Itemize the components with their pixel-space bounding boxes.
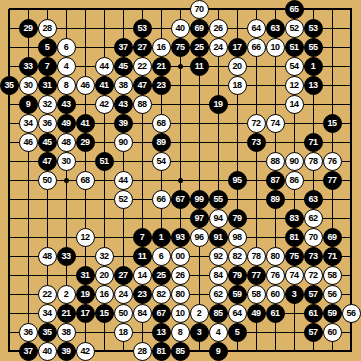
white-stone-84[interactable]: 84 (133, 304, 152, 323)
white-stone-66[interactable]: 66 (152, 190, 171, 209)
black-stone-3[interactable]: 3 (190, 323, 209, 342)
white-stone-34[interactable]: 34 (19, 114, 38, 133)
white-stone-42[interactable]: 42 (95, 95, 114, 114)
black-stone-65[interactable]: 65 (285, 0, 304, 19)
move-number-label: 99 (194, 195, 203, 204)
move-number-label: 40 (42, 347, 51, 356)
move-number-label: 75 (289, 252, 298, 261)
white-stone-60[interactable]: 60 (323, 323, 342, 342)
white-stone-88[interactable]: 88 (133, 95, 152, 114)
move-number-label: 51 (289, 43, 298, 52)
go-board[interactable]: 7065292853406926646352535637271675252417… (0, 0, 361, 361)
move-number-label: 87 (270, 176, 279, 185)
move-number-label: 47 (137, 81, 146, 90)
black-stone-35[interactable]: 35 (0, 76, 19, 95)
black-stone-41[interactable]: 41 (95, 76, 114, 95)
black-stone-35[interactable]: 35 (38, 323, 57, 342)
white-stone-24[interactable]: 24 (114, 285, 133, 304)
black-stone-23[interactable]: 23 (133, 285, 152, 304)
white-stone-86[interactable]: 86 (285, 171, 304, 190)
white-stone-2[interactable]: 2 (57, 285, 76, 304)
black-stone-25[interactable]: 25 (190, 38, 209, 57)
move-number-label: 25 (194, 43, 203, 52)
white-stone-72[interactable]: 72 (304, 266, 323, 285)
black-stone-27[interactable]: 27 (114, 266, 133, 285)
move-number-label: 28 (137, 347, 146, 356)
white-stone-80[interactable]: 80 (266, 247, 285, 266)
white-stone-6[interactable]: 6 (57, 38, 76, 57)
move-number-label: 50 (118, 309, 127, 318)
move-number-label: 4 (216, 328, 221, 337)
move-number-label: 4 (64, 62, 69, 71)
move-number-label: 6 (159, 252, 164, 261)
black-stone-51[interactable]: 51 (285, 38, 304, 57)
black-stone-17[interactable]: 17 (228, 38, 247, 57)
move-number-label: 86 (289, 176, 298, 185)
black-stone-19[interactable]: 19 (76, 285, 95, 304)
white-stone-8[interactable]: 8 (57, 76, 76, 95)
move-number-label: 77 (327, 176, 336, 185)
black-stone-17[interactable]: 17 (76, 304, 95, 323)
black-stone-57[interactable]: 57 (304, 323, 323, 342)
white-stone-54[interactable]: 54 (152, 152, 171, 171)
move-number-label: 70 (194, 5, 203, 14)
move-number-label: 33 (23, 62, 32, 71)
move-number-label: 16 (99, 290, 108, 299)
white-stone-48[interactable]: 48 (57, 133, 76, 152)
move-number-label: 37 (23, 347, 32, 356)
black-stone-49[interactable]: 49 (247, 304, 266, 323)
move-number-label: 11 (195, 62, 204, 71)
move-number-label: 39 (61, 347, 70, 356)
white-stone-90[interactable]: 90 (114, 133, 133, 152)
hoshi-point (178, 64, 183, 69)
white-stone-74[interactable]: 74 (266, 114, 285, 133)
move-number-label: 76 (270, 271, 279, 280)
white-stone-32[interactable]: 32 (38, 95, 57, 114)
black-stone-63[interactable]: 63 (266, 19, 285, 38)
move-number-label: 37 (118, 43, 127, 52)
white-stone-4[interactable]: 4 (209, 323, 228, 342)
black-stone-33[interactable]: 33 (19, 57, 38, 76)
move-number-label: 9 (216, 347, 221, 356)
black-stone-15[interactable]: 15 (95, 304, 114, 323)
move-number-label: 2 (64, 290, 69, 299)
black-stone-39[interactable]: 39 (57, 342, 76, 361)
white-stone-36[interactable]: 36 (19, 323, 38, 342)
black-stone-47[interactable]: 47 (38, 152, 57, 171)
white-stone-12[interactable]: 12 (76, 228, 95, 247)
move-number-label: 00 (175, 252, 184, 261)
black-stone-81[interactable]: 81 (285, 228, 304, 247)
black-stone-55[interactable]: 55 (209, 190, 228, 209)
white-stone-64[interactable]: 64 (247, 19, 266, 38)
white-stone-16[interactable]: 16 (152, 38, 171, 57)
black-stone-9[interactable]: 9 (19, 95, 38, 114)
white-stone-74[interactable]: 74 (285, 266, 304, 285)
white-stone-14[interactable]: 14 (133, 266, 152, 285)
black-stone-33[interactable]: 33 (57, 247, 76, 266)
black-stone-29[interactable]: 29 (19, 19, 38, 38)
white-stone-34[interactable]: 34 (38, 304, 57, 323)
white-stone-96[interactable]: 96 (190, 228, 209, 247)
white-stone-44[interactable]: 44 (95, 57, 114, 76)
move-number-label: 19 (213, 100, 222, 109)
black-stone-95[interactable]: 95 (228, 171, 247, 190)
white-stone-38[interactable]: 38 (114, 76, 133, 95)
white-stone-20[interactable]: 20 (95, 266, 114, 285)
black-stone-85[interactable]: 85 (209, 304, 228, 323)
white-stone-52[interactable]: 52 (114, 190, 133, 209)
white-stone-30[interactable]: 30 (19, 76, 38, 95)
black-stone-43[interactable]: 43 (114, 95, 133, 114)
black-stone-1[interactable]: 1 (304, 57, 323, 76)
move-number-label: 73 (308, 252, 317, 261)
move-number-label: 15 (327, 119, 336, 128)
black-stone-59[interactable]: 59 (323, 304, 342, 323)
white-stone-50[interactable]: 50 (114, 304, 133, 323)
move-number-label: 18 (118, 328, 127, 337)
white-stone-46[interactable]: 46 (76, 76, 95, 95)
move-number-label: 41 (99, 81, 108, 90)
black-stone-73[interactable]: 73 (304, 247, 323, 266)
move-number-label: 11 (138, 252, 147, 261)
black-stone-53[interactable]: 53 (304, 19, 323, 38)
move-number-label: 5 (235, 328, 240, 337)
move-number-label: 89 (156, 138, 165, 147)
white-stone-82[interactable]: 82 (228, 247, 247, 266)
white-stone-24[interactable]: 24 (209, 38, 228, 57)
move-number-label: 50 (42, 176, 51, 185)
black-stone-31[interactable]: 31 (38, 76, 57, 95)
grid-vertical-line (350, 9, 352, 352)
black-stone-51[interactable]: 51 (95, 152, 114, 171)
black-stone-69[interactable]: 69 (190, 19, 209, 38)
move-number-label: 39 (118, 119, 127, 128)
white-stone-50[interactable]: 50 (38, 171, 57, 190)
move-number-label: 78 (251, 252, 260, 261)
move-number-label: 30 (61, 157, 70, 166)
black-stone-79[interactable]: 79 (228, 209, 247, 228)
white-stone-36[interactable]: 36 (38, 114, 57, 133)
black-stone-63[interactable]: 63 (304, 190, 323, 209)
white-stone-62[interactable]: 62 (209, 285, 228, 304)
move-number-label: 85 (175, 347, 184, 356)
white-stone-12[interactable]: 12 (285, 76, 304, 95)
white-stone-2[interactable]: 2 (190, 304, 209, 323)
move-number-label: 70 (308, 233, 317, 242)
move-number-label: 47 (42, 157, 51, 166)
white-stone-26[interactable]: 26 (171, 266, 190, 285)
white-stone-10[interactable]: 10 (266, 38, 285, 57)
black-stone-43[interactable]: 43 (57, 95, 76, 114)
move-number-label: 8 (178, 328, 183, 337)
white-stone-6[interactable]: 6 (152, 247, 171, 266)
move-number-label: 43 (61, 100, 70, 109)
move-number-label: 5 (45, 43, 50, 52)
white-stone-58[interactable]: 58 (247, 285, 266, 304)
black-stone-7[interactable]: 7 (133, 228, 152, 247)
white-stone-76[interactable]: 76 (266, 266, 285, 285)
move-number-label: 42 (99, 100, 108, 109)
move-number-label: 27 (118, 271, 127, 280)
black-stone-1[interactable]: 1 (152, 228, 171, 247)
black-stone-77[interactable]: 77 (323, 171, 342, 190)
move-number-label: 54 (156, 157, 165, 166)
white-stone-18[interactable]: 18 (228, 76, 247, 95)
move-number-label: 8 (64, 81, 69, 90)
move-number-label: 66 (156, 195, 165, 204)
black-stone-19[interactable]: 19 (209, 95, 228, 114)
move-number-label: 13 (308, 81, 317, 90)
white-stone-46[interactable]: 46 (19, 133, 38, 152)
hoshi-point (178, 178, 183, 183)
move-number-label: 36 (42, 119, 51, 128)
black-stone-37[interactable]: 37 (114, 38, 133, 57)
white-stone-92[interactable]: 92 (209, 247, 228, 266)
white-stone-10[interactable]: 10 (171, 304, 190, 323)
move-number-label: 66 (251, 43, 260, 52)
black-stone-11[interactable]: 11 (133, 247, 152, 266)
white-stone-68[interactable]: 68 (76, 171, 95, 190)
white-stone-4[interactable]: 4 (57, 57, 76, 76)
white-stone-58[interactable]: 58 (323, 266, 342, 285)
white-stone-30[interactable]: 30 (57, 152, 76, 171)
white-stone-82[interactable]: 82 (152, 285, 171, 304)
move-number-label: 20 (99, 271, 108, 280)
move-number-label: 64 (251, 24, 260, 33)
move-number-label: 56 (346, 309, 355, 318)
white-stone-88[interactable]: 88 (266, 152, 285, 171)
white-stone-98[interactable]: 98 (228, 228, 247, 247)
move-number-label: 67 (156, 309, 165, 318)
black-stone-41[interactable]: 41 (76, 114, 95, 133)
black-stone-75[interactable]: 75 (285, 247, 304, 266)
black-stone-7[interactable]: 7 (38, 57, 57, 76)
move-number-label: 74 (289, 271, 298, 280)
black-stone-11[interactable]: 11 (190, 57, 209, 76)
move-number-label: 57 (308, 328, 317, 337)
white-stone-78[interactable]: 78 (247, 247, 266, 266)
white-stone-76[interactable]: 76 (323, 152, 342, 171)
white-stone-90[interactable]: 90 (285, 152, 304, 171)
black-stone-55[interactable]: 55 (304, 38, 323, 57)
move-number-label: 81 (156, 347, 165, 356)
black-stone-89[interactable]: 89 (266, 190, 285, 209)
move-number-label: 14 (289, 100, 298, 109)
move-number-label: 48 (42, 252, 51, 261)
black-stone-25[interactable]: 25 (152, 266, 171, 285)
black-stone-83[interactable]: 83 (285, 209, 304, 228)
white-stone-80[interactable]: 80 (171, 285, 190, 304)
black-stone-75[interactable]: 75 (171, 38, 190, 57)
black-stone-45[interactable]: 45 (38, 133, 57, 152)
black-stone-71[interactable]: 71 (323, 247, 342, 266)
black-stone-45[interactable]: 45 (114, 57, 133, 76)
black-stone-5[interactable]: 5 (38, 38, 57, 57)
black-stone-21[interactable]: 21 (57, 304, 76, 323)
move-number-label: 89 (270, 195, 279, 204)
white-stone-84[interactable]: 84 (209, 266, 228, 285)
move-number-label: 81 (289, 233, 298, 242)
white-stone-70[interactable]: 70 (190, 0, 209, 19)
move-number-label: 68 (156, 119, 165, 128)
black-stone-3[interactable]: 3 (285, 285, 304, 304)
white-stone-64[interactable]: 64 (228, 304, 247, 323)
black-stone-71[interactable]: 71 (304, 133, 323, 152)
black-stone-27[interactable]: 27 (133, 38, 152, 57)
move-number-label: 23 (156, 81, 165, 90)
white-stone-52[interactable]: 52 (285, 19, 304, 38)
move-number-label: 61 (270, 309, 279, 318)
move-number-label: 58 (327, 271, 336, 280)
move-number-label: 61 (308, 309, 317, 318)
move-number-label: 55 (213, 195, 222, 204)
black-stone-49[interactable]: 49 (57, 114, 76, 133)
move-number-label: 30 (23, 81, 32, 90)
move-number-label: 32 (42, 100, 51, 109)
move-number-label: 2 (197, 309, 202, 318)
black-stone-29[interactable]: 29 (76, 133, 95, 152)
white-stone-18[interactable]: 18 (114, 323, 133, 342)
hoshi-point (64, 178, 69, 183)
move-number-label: 46 (23, 138, 32, 147)
move-number-label: 74 (270, 119, 279, 128)
white-stone-72[interactable]: 72 (247, 114, 266, 133)
black-stone-31[interactable]: 31 (76, 266, 95, 285)
black-stone-97[interactable]: 97 (190, 209, 209, 228)
move-number-label: 92 (213, 252, 222, 261)
white-stone-8[interactable]: 8 (171, 323, 190, 342)
move-number-label: 77 (251, 271, 260, 280)
white-stone-14[interactable]: 14 (285, 95, 304, 114)
black-stone-73[interactable]: 73 (247, 133, 266, 152)
black-stone-39[interactable]: 39 (114, 114, 133, 133)
move-number-label: 60 (270, 290, 279, 299)
white-stone-40[interactable]: 40 (38, 342, 57, 361)
move-number-label: 73 (251, 138, 260, 147)
move-number-label: 40 (175, 24, 184, 33)
black-stone-47[interactable]: 47 (133, 76, 152, 95)
white-stone-56[interactable]: 56 (342, 304, 361, 323)
black-stone-37[interactable]: 37 (19, 342, 38, 361)
move-number-label: 21 (156, 62, 165, 71)
black-stone-9[interactable]: 9 (209, 342, 228, 361)
white-stone-60[interactable]: 60 (266, 285, 285, 304)
black-stone-13[interactable]: 13 (304, 76, 323, 95)
black-stone-89[interactable]: 89 (152, 133, 171, 152)
white-stone-22[interactable]: 22 (38, 285, 57, 304)
move-number-label: 7 (45, 62, 50, 71)
black-stone-61[interactable]: 61 (304, 304, 323, 323)
black-stone-23[interactable]: 23 (152, 76, 171, 95)
white-stone-28[interactable]: 28 (133, 342, 152, 361)
move-number-label: 31 (80, 271, 89, 280)
white-stone-38[interactable]: 38 (57, 323, 76, 342)
move-number-label: 60 (327, 328, 336, 337)
white-stone-26[interactable]: 26 (209, 19, 228, 38)
move-number-label: 98 (232, 233, 241, 242)
black-stone-53[interactable]: 53 (133, 19, 152, 38)
move-number-label: 83 (289, 214, 298, 223)
move-number-label: 88 (270, 157, 279, 166)
white-stone-70[interactable]: 70 (304, 228, 323, 247)
white-stone-62[interactable]: 62 (304, 209, 323, 228)
white-stone-94[interactable]: 94 (209, 209, 228, 228)
white-stone-00[interactable]: 00 (171, 247, 190, 266)
move-number-label: 71 (327, 252, 336, 261)
white-stone-48[interactable]: 48 (38, 247, 57, 266)
move-number-label: 1 (159, 233, 164, 242)
move-number-label: 59 (327, 309, 336, 318)
move-number-label: 6 (64, 43, 69, 52)
move-number-label: 44 (99, 62, 108, 71)
move-number-label: 68 (80, 176, 89, 185)
black-stone-59[interactable]: 59 (228, 285, 247, 304)
white-stone-56[interactable]: 56 (323, 285, 342, 304)
black-stone-61[interactable]: 61 (266, 304, 285, 323)
white-stone-32[interactable]: 32 (95, 247, 114, 266)
move-number-label: 22 (137, 62, 146, 71)
white-stone-66[interactable]: 66 (247, 38, 266, 57)
black-stone-21[interactable]: 21 (152, 57, 171, 76)
black-stone-77[interactable]: 77 (247, 266, 266, 285)
move-number-label: 17 (80, 309, 89, 318)
move-number-label: 28 (42, 24, 51, 33)
move-number-label: 62 (213, 290, 222, 299)
black-stone-13[interactable]: 13 (152, 323, 171, 342)
white-stone-16[interactable]: 16 (95, 285, 114, 304)
black-stone-85[interactable]: 85 (171, 342, 190, 361)
black-stone-67[interactable]: 67 (152, 304, 171, 323)
black-stone-87[interactable]: 87 (266, 171, 285, 190)
black-stone-5[interactable]: 5 (228, 323, 247, 342)
move-number-label: 96 (194, 233, 203, 242)
black-stone-99[interactable]: 99 (190, 190, 209, 209)
move-number-label: 75 (175, 43, 184, 52)
move-number-label: 85 (213, 309, 222, 318)
white-stone-42[interactable]: 42 (76, 342, 95, 361)
move-number-label: 18 (232, 81, 241, 90)
white-stone-54[interactable]: 54 (285, 57, 304, 76)
white-stone-68[interactable]: 68 (152, 114, 171, 133)
move-number-label: 33 (61, 252, 70, 261)
black-stone-69[interactable]: 69 (323, 228, 342, 247)
move-number-label: 15 (99, 309, 108, 318)
white-stone-44[interactable]: 44 (114, 171, 133, 190)
white-stone-22[interactable]: 22 (133, 57, 152, 76)
move-number-label: 49 (251, 309, 260, 318)
black-stone-67[interactable]: 67 (171, 190, 190, 209)
move-number-label: 91 (213, 233, 222, 242)
white-stone-20[interactable]: 20 (228, 57, 247, 76)
black-stone-93[interactable]: 93 (171, 228, 190, 247)
black-stone-91[interactable]: 91 (209, 228, 228, 247)
black-stone-15[interactable]: 15 (323, 114, 342, 133)
white-stone-28[interactable]: 28 (38, 19, 57, 38)
black-stone-81[interactable]: 81 (152, 342, 171, 361)
move-number-label: 29 (23, 24, 32, 33)
move-number-label: 72 (308, 271, 317, 280)
move-number-label: 43 (118, 100, 127, 109)
black-stone-79[interactable]: 79 (228, 266, 247, 285)
move-number-label: 53 (308, 24, 317, 33)
move-number-label: 82 (156, 290, 165, 299)
move-number-label: 19 (80, 290, 89, 299)
black-stone-57[interactable]: 57 (304, 285, 323, 304)
white-stone-40[interactable]: 40 (171, 19, 190, 38)
white-stone-78[interactable]: 78 (304, 152, 323, 171)
